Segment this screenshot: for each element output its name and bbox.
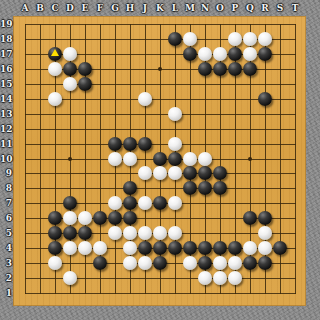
row-label: 12 (0, 124, 12, 134)
black-stone (123, 137, 137, 151)
hoshi-point (68, 157, 72, 161)
column-label: R (258, 3, 272, 13)
column-label: T (288, 3, 302, 13)
grid-line-horizontal (25, 99, 296, 100)
row-label: 16 (0, 64, 12, 74)
row-label: 10 (0, 154, 12, 164)
column-label: N (198, 3, 212, 13)
row-label: 6 (0, 213, 12, 223)
column-label: A (18, 3, 32, 13)
black-stone (258, 256, 272, 270)
column-label: O (213, 3, 227, 13)
hoshi-point (248, 157, 252, 161)
row-label: 13 (0, 109, 12, 119)
white-stone (228, 271, 242, 285)
white-stone (198, 271, 212, 285)
black-stone (168, 32, 182, 46)
row-label: 2 (0, 273, 12, 283)
black-stone (258, 47, 272, 61)
last-move-triangle-marker (51, 49, 59, 56)
black-stone (258, 92, 272, 106)
black-stone (228, 47, 242, 61)
white-stone (228, 32, 242, 46)
white-stone (48, 92, 62, 106)
row-label: 7 (0, 198, 12, 208)
white-stone (138, 92, 152, 106)
black-stone (183, 47, 197, 61)
row-label: 3 (0, 258, 12, 268)
white-stone (123, 256, 137, 270)
column-label: S (273, 3, 287, 13)
white-stone (168, 137, 182, 151)
column-label: C (48, 3, 62, 13)
white-stone (183, 256, 197, 270)
column-label: F (93, 3, 107, 13)
black-stone (78, 62, 92, 76)
column-label: M (183, 3, 197, 13)
column-label: B (33, 3, 47, 13)
white-stone (198, 47, 212, 61)
column-label: E (78, 3, 92, 13)
black-stone (63, 62, 77, 76)
white-stone (63, 271, 77, 285)
black-stone (153, 152, 167, 166)
hoshi-point (158, 67, 162, 71)
white-stone (258, 32, 272, 46)
white-stone (63, 77, 77, 91)
white-stone (48, 62, 62, 76)
row-label: 8 (0, 183, 12, 193)
grid-line-horizontal (25, 293, 296, 294)
row-label: 9 (0, 168, 12, 178)
row-label: 4 (0, 243, 12, 253)
black-stone (153, 256, 167, 270)
row-label: 1 (0, 288, 12, 298)
grid-line-horizontal (25, 129, 296, 130)
column-label: L (168, 3, 182, 13)
grid-line-horizontal (25, 24, 296, 25)
black-stone (243, 62, 257, 76)
white-stone (183, 32, 197, 46)
white-stone (48, 256, 62, 270)
white-stone (168, 107, 182, 121)
column-label: P (228, 3, 242, 13)
white-stone (213, 256, 227, 270)
black-stone (93, 256, 107, 270)
column-label: H (123, 3, 137, 13)
white-stone (108, 152, 122, 166)
row-label: 17 (0, 49, 12, 59)
black-stone (78, 77, 92, 91)
column-label: G (108, 3, 122, 13)
black-stone (198, 256, 212, 270)
grid-line-horizontal (25, 144, 296, 145)
row-label: 5 (0, 228, 12, 238)
white-stone (183, 152, 197, 166)
white-stone (63, 47, 77, 61)
black-stone (138, 137, 152, 151)
black-stone (48, 47, 62, 61)
black-stone (198, 62, 212, 76)
white-stone (213, 47, 227, 61)
black-stone (213, 62, 227, 76)
black-stone (108, 137, 122, 151)
row-label: 14 (0, 94, 12, 104)
white-stone (228, 256, 242, 270)
row-label: 11 (0, 139, 12, 149)
column-label: D (63, 3, 77, 13)
white-stone (243, 32, 257, 46)
grid-line-horizontal (25, 188, 296, 189)
white-stone (138, 256, 152, 270)
white-stone (213, 271, 227, 285)
black-stone (168, 152, 182, 166)
white-stone (243, 47, 257, 61)
row-label: 15 (0, 79, 12, 89)
go-board-screen: ABCDEFGHJKLMNOPQRST191817161514131211109… (0, 0, 320, 320)
row-label: 18 (0, 34, 12, 44)
white-stone (198, 152, 212, 166)
row-label: 19 (0, 19, 12, 29)
black-stone (228, 62, 242, 76)
column-label: J (138, 3, 152, 13)
white-stone (123, 152, 137, 166)
column-label: Q (243, 3, 257, 13)
black-stone (243, 256, 257, 270)
column-label: K (153, 3, 167, 13)
grid-line-horizontal (25, 114, 296, 115)
